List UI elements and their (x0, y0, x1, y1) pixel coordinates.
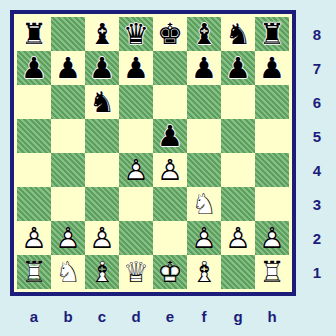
piece-black-pawn[interactable]: ♟ (153, 119, 187, 153)
piece-white-pawn[interactable]: ♟♙ (221, 221, 255, 255)
piece-black-pawn[interactable]: ♟ (17, 51, 51, 85)
file-label-f: f (187, 300, 221, 332)
square-a1[interactable]: ♜♖ (17, 255, 51, 289)
piece-black-pawn[interactable]: ♟ (187, 51, 221, 85)
square-e8[interactable]: ♚ (153, 17, 187, 51)
square-b6[interactable] (51, 85, 85, 119)
file-label-g: g (221, 300, 255, 332)
square-f7[interactable]: ♟ (187, 51, 221, 85)
piece-black-pawn[interactable]: ♟ (51, 51, 85, 85)
piece-white-king[interactable]: ♚♔ (153, 255, 187, 289)
file-label-h: h (255, 300, 289, 332)
piece-white-pawn[interactable]: ♟♙ (153, 153, 187, 187)
square-d2[interactable] (119, 221, 153, 255)
square-a2[interactable]: ♟♙ (17, 221, 51, 255)
piece-white-knight[interactable]: ♞♘ (51, 255, 85, 289)
square-g2[interactable]: ♟♙ (221, 221, 255, 255)
square-b8[interactable] (51, 17, 85, 51)
piece-white-queen[interactable]: ♛♕ (119, 255, 153, 289)
piece-black-pawn[interactable]: ♟ (85, 51, 119, 85)
square-d6[interactable] (119, 85, 153, 119)
square-a5[interactable] (17, 119, 51, 153)
piece-black-bishop[interactable]: ♝ (85, 17, 119, 51)
piece-white-pawn[interactable]: ♟♙ (255, 221, 289, 255)
file-label-b: b (51, 300, 85, 332)
square-b2[interactable]: ♟♙ (51, 221, 85, 255)
rank-label-7: 7 (298, 51, 336, 85)
square-g4[interactable] (221, 153, 255, 187)
piece-black-pawn[interactable]: ♟ (221, 51, 255, 85)
rank-label-4: 4 (298, 153, 336, 187)
square-d1[interactable]: ♛♕ (119, 255, 153, 289)
square-a3[interactable] (17, 187, 51, 221)
square-c5[interactable] (85, 119, 119, 153)
file-labels: abcdefgh (17, 300, 289, 332)
square-h5[interactable] (255, 119, 289, 153)
square-h2[interactable]: ♟♙ (255, 221, 289, 255)
piece-black-queen[interactable]: ♛ (119, 17, 153, 51)
square-h1[interactable]: ♜♖ (255, 255, 289, 289)
piece-white-bishop[interactable]: ♝♗ (187, 255, 221, 289)
square-h3[interactable] (255, 187, 289, 221)
square-b5[interactable] (51, 119, 85, 153)
square-d7[interactable]: ♟ (119, 51, 153, 85)
piece-white-pawn[interactable]: ♟♙ (119, 153, 153, 187)
square-e7[interactable] (153, 51, 187, 85)
square-e3[interactable] (153, 187, 187, 221)
square-d4[interactable]: ♟♙ (119, 153, 153, 187)
square-f5[interactable] (187, 119, 221, 153)
piece-black-rook[interactable]: ♜ (255, 17, 289, 51)
board-frame: ♜♝♛♚♝♞♜♟♟♟♟♟♟♟♞♟♟♙♟♙♞♘♟♙♟♙♟♙♟♙♟♙♟♙♜♖♞♘♝♗… (10, 10, 296, 296)
rank-label-6: 6 (298, 85, 336, 119)
board-grid: ♜♝♛♚♝♞♜♟♟♟♟♟♟♟♞♟♟♙♟♙♞♘♟♙♟♙♟♙♟♙♟♙♟♙♜♖♞♘♝♗… (17, 17, 289, 289)
square-f1[interactable]: ♝♗ (187, 255, 221, 289)
piece-white-knight[interactable]: ♞♘ (187, 187, 221, 221)
piece-black-knight[interactable]: ♞ (85, 85, 119, 119)
square-e5[interactable]: ♟ (153, 119, 187, 153)
file-label-c: c (85, 300, 119, 332)
piece-black-knight[interactable]: ♞ (221, 17, 255, 51)
square-h8[interactable]: ♜ (255, 17, 289, 51)
square-g8[interactable]: ♞ (221, 17, 255, 51)
square-g6[interactable] (221, 85, 255, 119)
square-c2[interactable]: ♟♙ (85, 221, 119, 255)
square-b1[interactable]: ♞♘ (51, 255, 85, 289)
square-c4[interactable] (85, 153, 119, 187)
square-e4[interactable]: ♟♙ (153, 153, 187, 187)
piece-black-rook[interactable]: ♜ (17, 17, 51, 51)
square-e6[interactable] (153, 85, 187, 119)
rank-label-3: 3 (298, 187, 336, 221)
square-f4[interactable] (187, 153, 221, 187)
file-label-d: d (119, 300, 153, 332)
piece-white-rook[interactable]: ♜♖ (17, 255, 51, 289)
square-c8[interactable]: ♝ (85, 17, 119, 51)
chess-diagram: ♜♝♛♚♝♞♜♟♟♟♟♟♟♟♞♟♟♙♟♙♞♘♟♙♟♙♟♙♟♙♟♙♟♙♜♖♞♘♝♗… (0, 0, 336, 336)
piece-white-pawn[interactable]: ♟♙ (85, 221, 119, 255)
square-f6[interactable] (187, 85, 221, 119)
square-g1[interactable] (221, 255, 255, 289)
piece-black-pawn[interactable]: ♟ (255, 51, 289, 85)
square-c1[interactable]: ♝♗ (85, 255, 119, 289)
square-h6[interactable] (255, 85, 289, 119)
rank-label-8: 8 (298, 17, 336, 51)
square-f3[interactable]: ♞♘ (187, 187, 221, 221)
piece-black-king[interactable]: ♚ (153, 17, 187, 51)
square-g5[interactable] (221, 119, 255, 153)
square-b3[interactable] (51, 187, 85, 221)
square-c3[interactable] (85, 187, 119, 221)
square-e2[interactable] (153, 221, 187, 255)
square-d8[interactable]: ♛ (119, 17, 153, 51)
piece-white-pawn[interactable]: ♟♙ (187, 221, 221, 255)
square-f2[interactable]: ♟♙ (187, 221, 221, 255)
square-a6[interactable] (17, 85, 51, 119)
square-b4[interactable] (51, 153, 85, 187)
square-a7[interactable]: ♟ (17, 51, 51, 85)
square-g7[interactable]: ♟ (221, 51, 255, 85)
rank-label-1: 1 (298, 255, 336, 289)
square-h4[interactable] (255, 153, 289, 187)
square-f8[interactable]: ♝ (187, 17, 221, 51)
square-e1[interactable]: ♚♔ (153, 255, 187, 289)
square-b7[interactable]: ♟ (51, 51, 85, 85)
rank-label-5: 5 (298, 119, 336, 153)
piece-black-bishop[interactable]: ♝ (187, 17, 221, 51)
piece-white-bishop[interactable]: ♝♗ (85, 255, 119, 289)
piece-black-pawn[interactable]: ♟ (119, 51, 153, 85)
rank-labels: 87654321 (298, 17, 336, 289)
piece-white-rook[interactable]: ♜♖ (255, 255, 289, 289)
square-a8[interactable]: ♜ (17, 17, 51, 51)
square-d3[interactable] (119, 187, 153, 221)
file-label-a: a (17, 300, 51, 332)
piece-white-pawn[interactable]: ♟♙ (51, 221, 85, 255)
square-d5[interactable] (119, 119, 153, 153)
rank-label-2: 2 (298, 221, 336, 255)
square-a4[interactable] (17, 153, 51, 187)
file-label-e: e (153, 300, 187, 332)
square-c6[interactable]: ♞ (85, 85, 119, 119)
square-c7[interactable]: ♟ (85, 51, 119, 85)
square-h7[interactable]: ♟ (255, 51, 289, 85)
square-g3[interactable] (221, 187, 255, 221)
piece-white-pawn[interactable]: ♟♙ (17, 221, 51, 255)
